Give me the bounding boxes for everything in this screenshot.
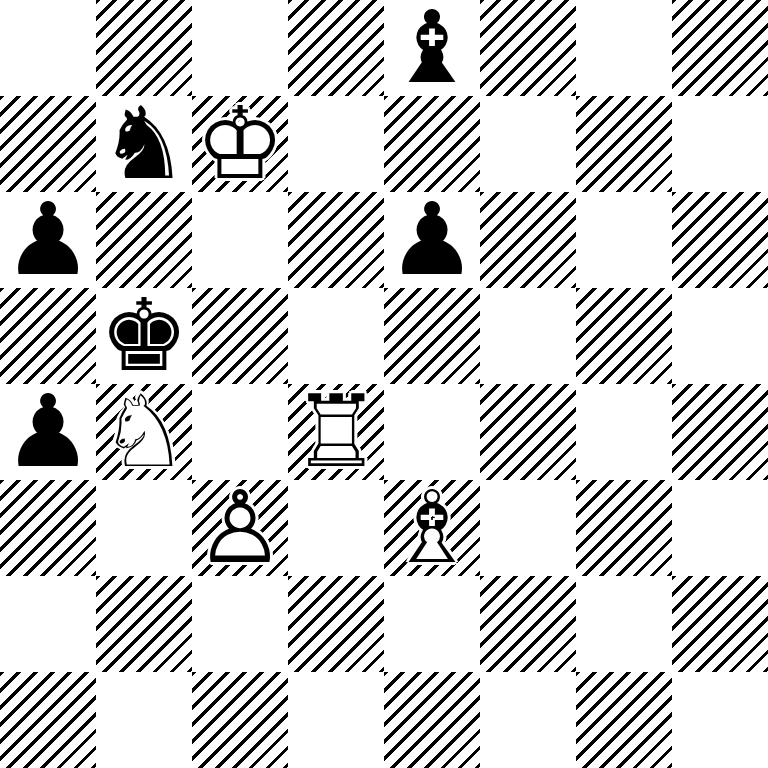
piece-white-knight[interactable]: ♘ <box>96 384 192 480</box>
square-a5[interactable] <box>0 288 96 384</box>
square-g6[interactable] <box>576 192 672 288</box>
square-f6[interactable] <box>480 192 576 288</box>
square-b1[interactable] <box>96 672 192 768</box>
square-e7[interactable] <box>384 96 480 192</box>
piece-black-pawn[interactable]: ♟ <box>0 384 96 480</box>
chess-board: ♝♝♞♞♚♔♟♟♟♟♚♚♟♟♞♘♜♖♟♙♝♗ <box>0 0 768 768</box>
square-e3[interactable]: ♝♗ <box>384 480 480 576</box>
square-e5[interactable] <box>384 288 480 384</box>
square-h3[interactable] <box>672 480 768 576</box>
square-g5[interactable] <box>576 288 672 384</box>
square-h6[interactable] <box>672 192 768 288</box>
square-b4[interactable]: ♞♘ <box>96 384 192 480</box>
piece-white-rook[interactable]: ♖ <box>288 384 384 480</box>
piece-black-king[interactable]: ♚ <box>96 288 192 384</box>
square-b6[interactable] <box>96 192 192 288</box>
square-f5[interactable] <box>480 288 576 384</box>
square-d2[interactable] <box>288 576 384 672</box>
square-h8[interactable] <box>672 0 768 96</box>
piece-black-knight[interactable]: ♞ <box>96 96 192 192</box>
piece-black-pawn[interactable]: ♟ <box>0 192 96 288</box>
square-c4[interactable] <box>192 384 288 480</box>
square-h5[interactable] <box>672 288 768 384</box>
square-d1[interactable] <box>288 672 384 768</box>
square-a2[interactable] <box>0 576 96 672</box>
square-c2[interactable] <box>192 576 288 672</box>
square-g2[interactable] <box>576 576 672 672</box>
square-a4[interactable]: ♟♟ <box>0 384 96 480</box>
square-f4[interactable] <box>480 384 576 480</box>
piece-white-king[interactable]: ♔ <box>192 96 288 192</box>
square-b2[interactable] <box>96 576 192 672</box>
piece-white-bishop[interactable]: ♗ <box>384 480 480 576</box>
square-c6[interactable] <box>192 192 288 288</box>
square-g1[interactable] <box>576 672 672 768</box>
square-b8[interactable] <box>96 0 192 96</box>
square-a3[interactable] <box>0 480 96 576</box>
square-c3[interactable]: ♟♙ <box>192 480 288 576</box>
square-e8[interactable]: ♝♝ <box>384 0 480 96</box>
square-d3[interactable] <box>288 480 384 576</box>
square-e4[interactable] <box>384 384 480 480</box>
square-b3[interactable] <box>96 480 192 576</box>
square-d8[interactable] <box>288 0 384 96</box>
square-d7[interactable] <box>288 96 384 192</box>
square-c1[interactable] <box>192 672 288 768</box>
square-e1[interactable] <box>384 672 480 768</box>
square-d6[interactable] <box>288 192 384 288</box>
square-h2[interactable] <box>672 576 768 672</box>
square-a1[interactable] <box>0 672 96 768</box>
square-g8[interactable] <box>576 0 672 96</box>
square-a7[interactable] <box>0 96 96 192</box>
square-b7[interactable]: ♞♞ <box>96 96 192 192</box>
square-h4[interactable] <box>672 384 768 480</box>
square-e6[interactable]: ♟♟ <box>384 192 480 288</box>
square-f1[interactable] <box>480 672 576 768</box>
square-e2[interactable] <box>384 576 480 672</box>
square-a8[interactable] <box>0 0 96 96</box>
square-f3[interactable] <box>480 480 576 576</box>
square-a6[interactable]: ♟♟ <box>0 192 96 288</box>
piece-black-bishop[interactable]: ♝ <box>384 0 480 96</box>
square-f7[interactable] <box>480 96 576 192</box>
piece-white-pawn[interactable]: ♙ <box>192 480 288 576</box>
square-f8[interactable] <box>480 0 576 96</box>
square-c5[interactable] <box>192 288 288 384</box>
square-d4[interactable]: ♜♖ <box>288 384 384 480</box>
square-h7[interactable] <box>672 96 768 192</box>
square-b5[interactable]: ♚♚ <box>96 288 192 384</box>
square-c7[interactable]: ♚♔ <box>192 96 288 192</box>
square-g7[interactable] <box>576 96 672 192</box>
square-f2[interactable] <box>480 576 576 672</box>
piece-black-pawn[interactable]: ♟ <box>384 192 480 288</box>
square-g4[interactable] <box>576 384 672 480</box>
square-g3[interactable] <box>576 480 672 576</box>
square-c8[interactable] <box>192 0 288 96</box>
square-d5[interactable] <box>288 288 384 384</box>
square-h1[interactable] <box>672 672 768 768</box>
